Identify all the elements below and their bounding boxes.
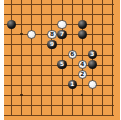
black-stone-move-5[interactable]: 5 [57,60,66,69]
white-stone-move-6[interactable]: 6 [68,50,77,59]
white-stone-move-4[interactable]: 4 [78,60,87,69]
board-lattice: 879635421 [7,0,118,120]
black-stone-move-9[interactable]: 9 [47,40,56,49]
go-diagram-screenshot: 879635421 [0,0,120,120]
white-stone[interactable] [57,20,66,29]
hoshi-star-point [20,94,22,96]
goban[interactable]: 879635421 [4,0,121,120]
black-stone[interactable] [7,20,16,29]
white-stone[interactable] [27,30,36,39]
white-stone-move-2[interactable]: 2 [78,70,87,79]
black-stone[interactable] [78,30,87,39]
hoshi-star-point [20,33,22,35]
black-stone-move-7[interactable]: 7 [57,30,66,39]
white-stone[interactable] [88,80,97,89]
white-stone-move-8[interactable]: 8 [47,30,56,39]
black-stone-move-1[interactable]: 1 [68,80,77,89]
black-stone[interactable] [88,60,97,69]
black-stone-move-3[interactable]: 3 [88,50,97,59]
black-stone[interactable] [78,20,87,29]
page-white-margin [0,0,4,120]
hoshi-star-point [81,94,83,96]
